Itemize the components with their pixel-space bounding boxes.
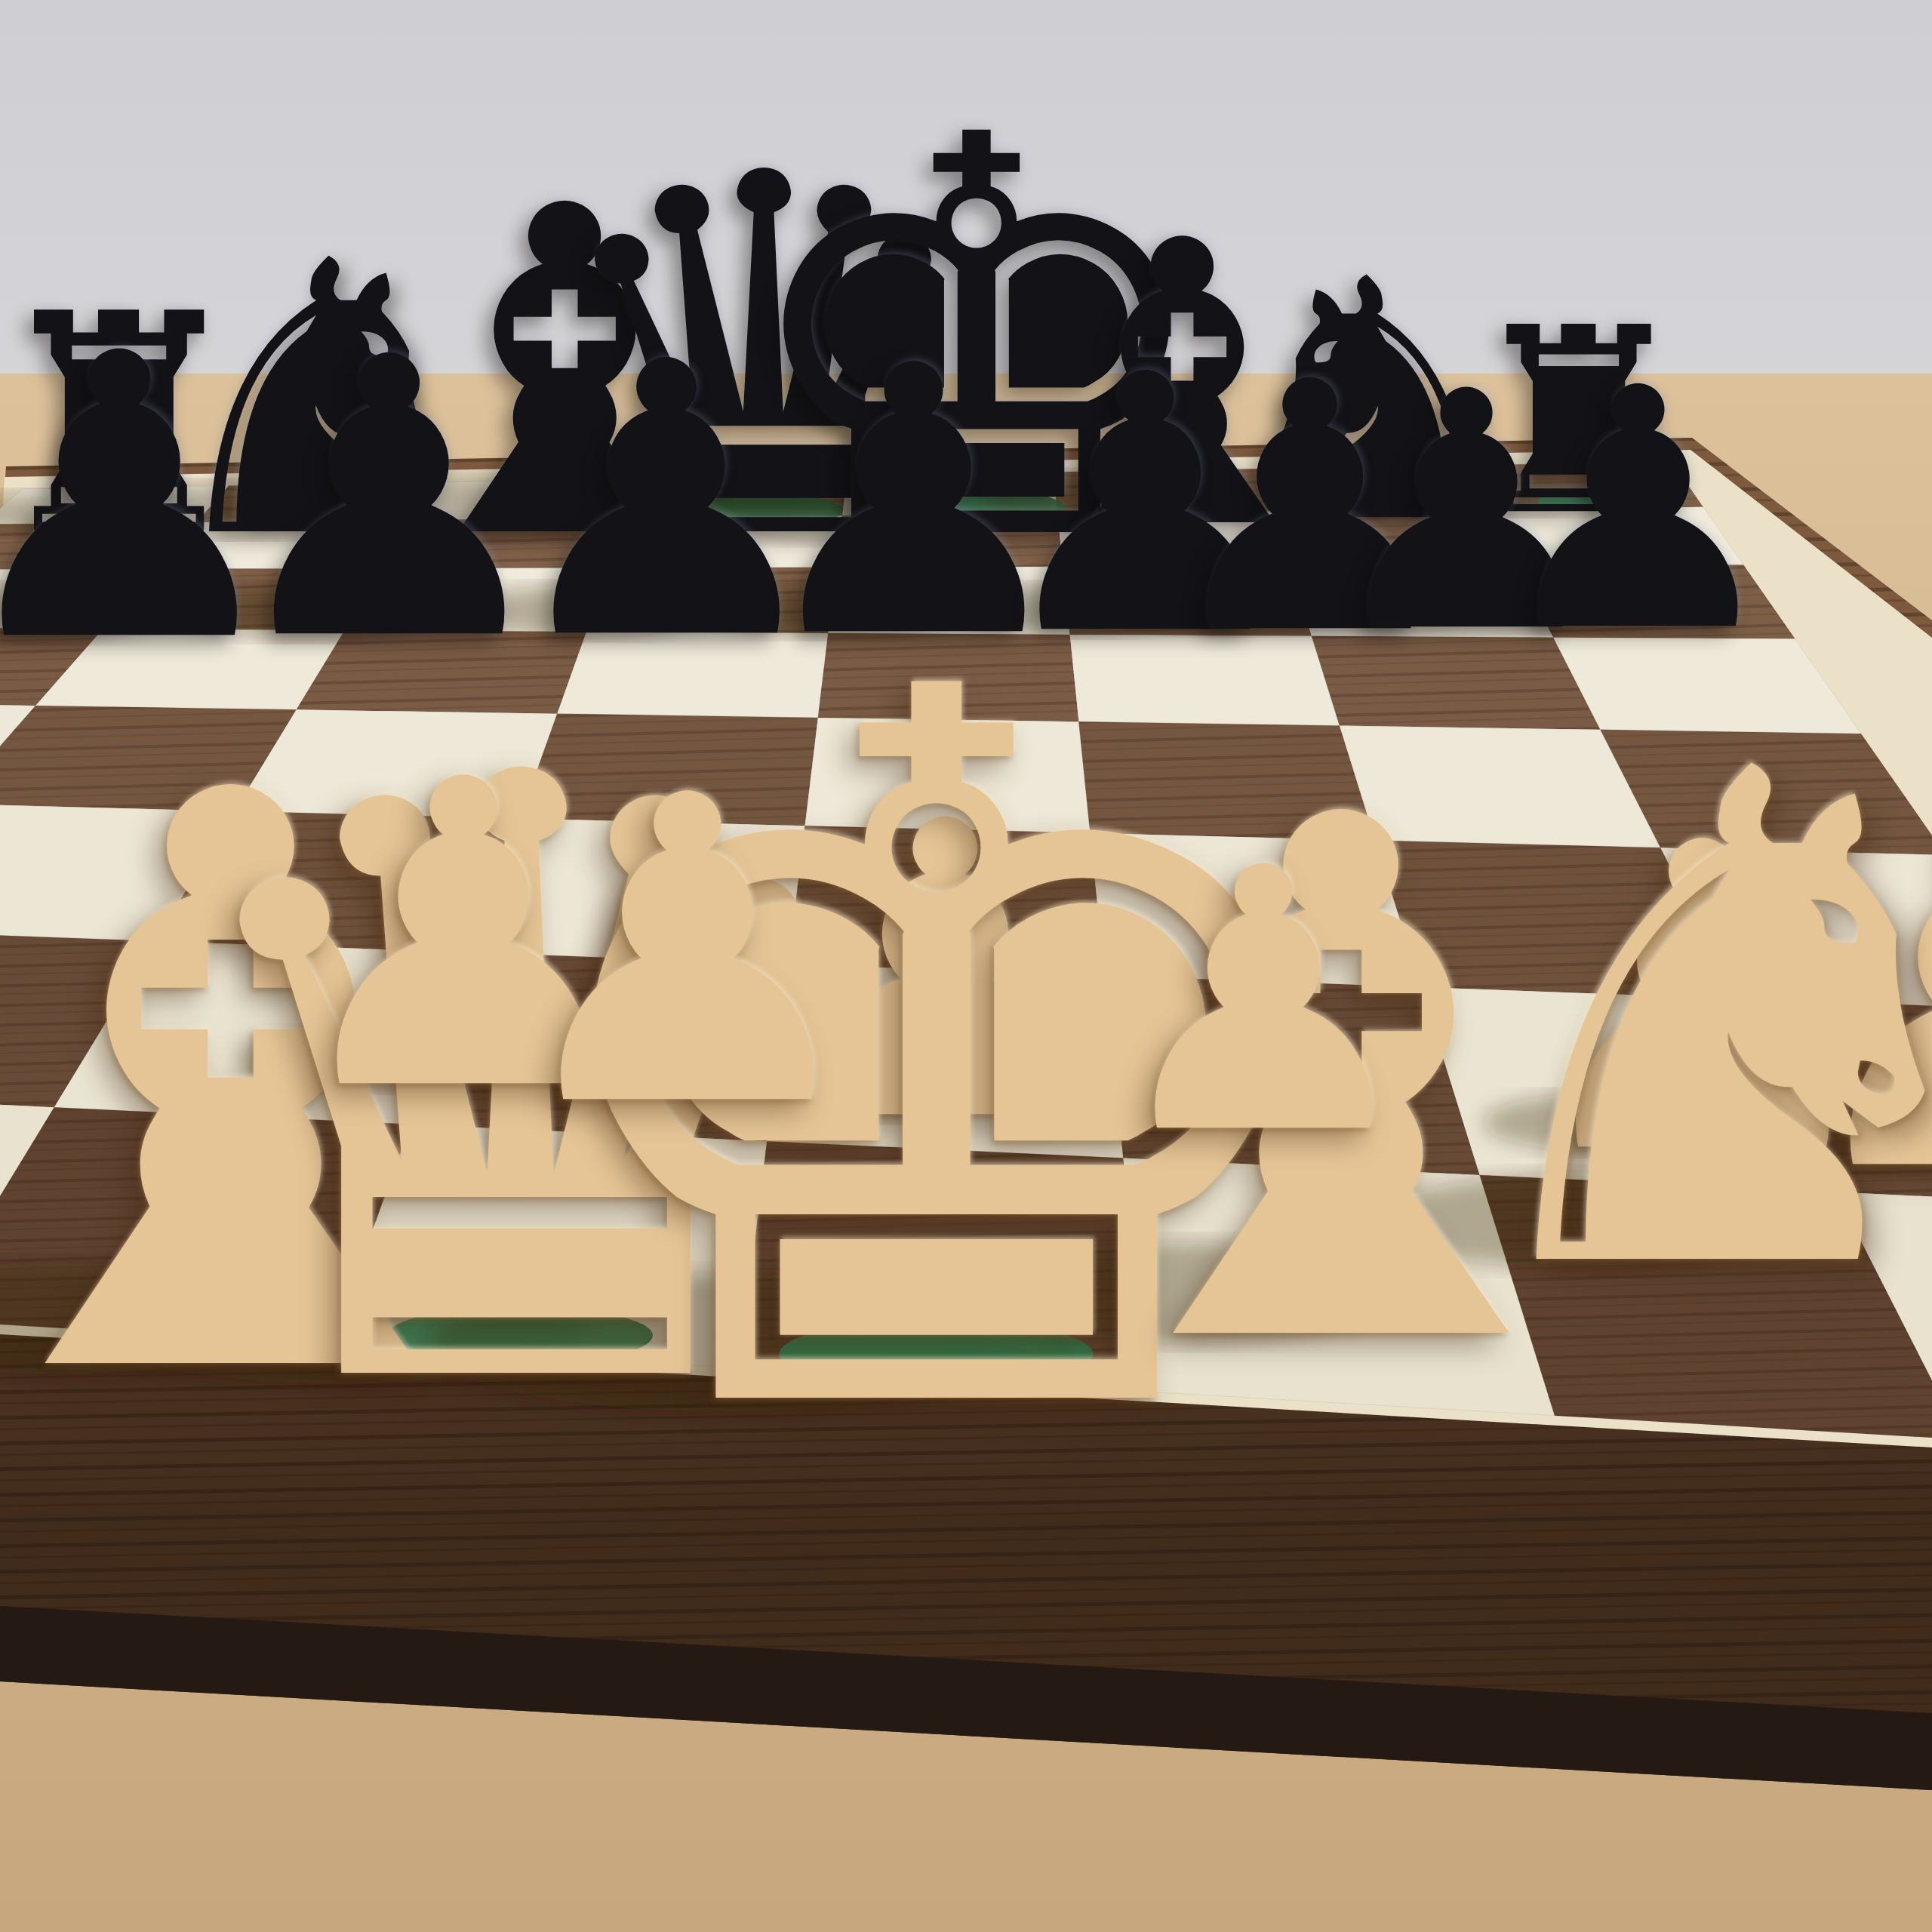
piece-black-king-e8: ♚ — [701, 66, 1252, 617]
piece-white-pawn-h2: ♟ — [1757, 768, 1932, 1236]
piece-black-knight-b8: ♞ — [128, 212, 506, 589]
piece-black-queen-d8: ♛ — [514, 110, 1012, 608]
piece-black-pawn-f7: ♟ — [1138, 337, 1481, 681]
piece-black-pawn-a7: ♟ — [0, 303, 315, 695]
piece-black-pawn-g7: ♟ — [1303, 349, 1631, 677]
piece-black-pawn-c7: ♟ — [478, 313, 855, 691]
piece-white-bishop-c1: ♝ — [0, 693, 627, 1485]
piece-white-knight-g1: ♞ — [1391, 685, 1932, 1364]
piece-black-bishop-f8: ♝ — [986, 190, 1378, 583]
piece-black-knight-g8: ♞ — [1211, 236, 1543, 568]
photo-scene: ♜♞♝♛♚♝♞♜♟♟♟♟♟♟♟♟♟♟♟♟♟♟♝♛♚♝♞ — [0, 0, 1932, 1932]
piece-black-pawn-e7: ♟ — [968, 329, 1323, 684]
pieces-layer: ♜♞♝♛♚♝♞♜♟♟♟♟♟♟♟♟♟♟♟♟♟♟♝♛♚♝♞ — [0, 0, 1932, 1932]
piece-white-pawn-c2: ♟ — [252, 725, 675, 1148]
piece-black-pawn-d7: ♟ — [729, 318, 1099, 688]
piece-white-pawn-f2: ♟ — [1082, 821, 1444, 1183]
piece-black-rook-h8: ♜ — [1451, 294, 1707, 550]
piece-white-bishop-f1: ♝ — [983, 726, 1700, 1443]
piece-black-pawn-h7: ♟ — [1472, 345, 1804, 677]
piece-white-king-e1: ♚ — [445, 568, 1426, 1549]
piece-black-rook-a8: ♜ — [0, 275, 270, 577]
piece-white-pawn-e2: ♟ — [742, 769, 1149, 1177]
piece-white-pawn-d2: ♟ — [476, 741, 899, 1164]
piece-white-pawn-g2: ♟ — [1491, 789, 1914, 1211]
piece-white-queen-d1: ♛ — [105, 670, 935, 1500]
piece-black-pawn-b7: ♟ — [197, 308, 582, 693]
piece-black-bishop-c8: ♝ — [338, 149, 791, 601]
